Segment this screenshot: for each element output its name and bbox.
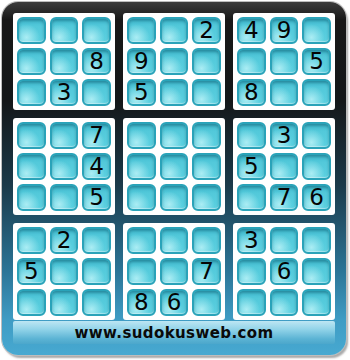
cell-r6c9: 6 [302,184,331,211]
cell-r4c2[interactable] [50,122,79,149]
cell-r1c8: 9 [270,17,299,44]
sudoku-page: 83295495874535762578636 www.sudokusweb.c… [0,0,350,360]
board-box-1: 83 [13,13,115,110]
cell-r9c3[interactable] [82,289,111,316]
cell-r6c4[interactable] [127,184,156,211]
cell-r9c4: 8 [127,289,156,316]
cell-r9c1[interactable] [17,289,46,316]
board-box-4: 745 [13,118,115,215]
cell-r8c2[interactable] [50,258,79,285]
cell-r5c3: 4 [82,153,111,180]
footer-band: www.sudokusweb.com [13,321,335,344]
site-url-link[interactable]: www.sudokusweb.com [74,324,273,342]
cell-r8c8: 6 [270,258,299,285]
cell-r3c1[interactable] [17,79,46,106]
cell-r3c9[interactable] [302,79,331,106]
cell-r3c8[interactable] [270,79,299,106]
board-box-2: 295 [123,13,225,110]
cell-r3c7: 8 [237,79,266,106]
cell-r6c5[interactable] [160,184,189,211]
cell-r8c1: 5 [17,258,46,285]
cell-r4c4[interactable] [127,122,156,149]
cell-r7c8[interactable] [270,227,299,254]
cell-r6c7[interactable] [237,184,266,211]
cell-r9c2[interactable] [50,289,79,316]
cell-r2c1[interactable] [17,48,46,75]
cell-r3c6[interactable] [192,79,221,106]
cell-r6c2[interactable] [50,184,79,211]
cell-r1c6: 2 [192,17,221,44]
cell-r9c9[interactable] [302,289,331,316]
cell-r2c4: 9 [127,48,156,75]
cell-r1c9[interactable] [302,17,331,44]
cell-r2c2[interactable] [50,48,79,75]
cell-r6c8: 7 [270,184,299,211]
cell-r5c9[interactable] [302,153,331,180]
cell-r5c6[interactable] [192,153,221,180]
cell-r2c6[interactable] [192,48,221,75]
cell-r1c5[interactable] [160,17,189,44]
cell-r7c5[interactable] [160,227,189,254]
sudoku-board: 83295495874535762578636 [13,13,335,317]
cell-r2c3: 8 [82,48,111,75]
cell-r4c9[interactable] [302,122,331,149]
cell-r2c8[interactable] [270,48,299,75]
cell-r7c4[interactable] [127,227,156,254]
cell-r4c3: 7 [82,122,111,149]
cell-r1c4[interactable] [127,17,156,44]
cell-r7c9[interactable] [302,227,331,254]
cell-r7c7: 3 [237,227,266,254]
board-box-8: 786 [123,223,225,320]
cell-r6c6[interactable] [192,184,221,211]
cell-r8c3[interactable] [82,258,111,285]
cell-r6c3: 5 [82,184,111,211]
cell-r8c6: 7 [192,258,221,285]
cell-r7c2: 2 [50,227,79,254]
cell-r5c4[interactable] [127,153,156,180]
cell-r7c3[interactable] [82,227,111,254]
cell-r7c6[interactable] [192,227,221,254]
board-box-5 [123,118,225,215]
cell-r7c1[interactable] [17,227,46,254]
cell-r5c7: 5 [237,153,266,180]
cell-r1c2[interactable] [50,17,79,44]
cell-r2c9: 5 [302,48,331,75]
board-box-3: 4958 [233,13,335,110]
cell-r4c6[interactable] [192,122,221,149]
cell-r3c2: 3 [50,79,79,106]
cell-r1c3[interactable] [82,17,111,44]
cell-r3c4: 5 [127,79,156,106]
cell-r5c2[interactable] [50,153,79,180]
cell-r5c5[interactable] [160,153,189,180]
cell-r4c1[interactable] [17,122,46,149]
cell-r1c1[interactable] [17,17,46,44]
cell-r4c7[interactable] [237,122,266,149]
board-box-6: 3576 [233,118,335,215]
cell-r6c1[interactable] [17,184,46,211]
cell-r2c7[interactable] [237,48,266,75]
board-frame: 83295495874535762578636 www.sudokusweb.c… [2,2,346,355]
cell-r8c7[interactable] [237,258,266,285]
cell-r9c5: 6 [160,289,189,316]
cell-r8c9[interactable] [302,258,331,285]
cell-r9c8[interactable] [270,289,299,316]
board-box-9: 36 [233,223,335,320]
cell-r1c7: 4 [237,17,266,44]
cell-r3c3[interactable] [82,79,111,106]
cell-r2c5[interactable] [160,48,189,75]
cell-r5c8[interactable] [270,153,299,180]
cell-r4c5[interactable] [160,122,189,149]
cell-r9c7[interactable] [237,289,266,316]
cell-r9c6[interactable] [192,289,221,316]
cell-r4c8: 3 [270,122,299,149]
cell-r3c5[interactable] [160,79,189,106]
cell-r5c1[interactable] [17,153,46,180]
cell-r8c4[interactable] [127,258,156,285]
cell-r8c5[interactable] [160,258,189,285]
board-box-7: 25 [13,223,115,320]
